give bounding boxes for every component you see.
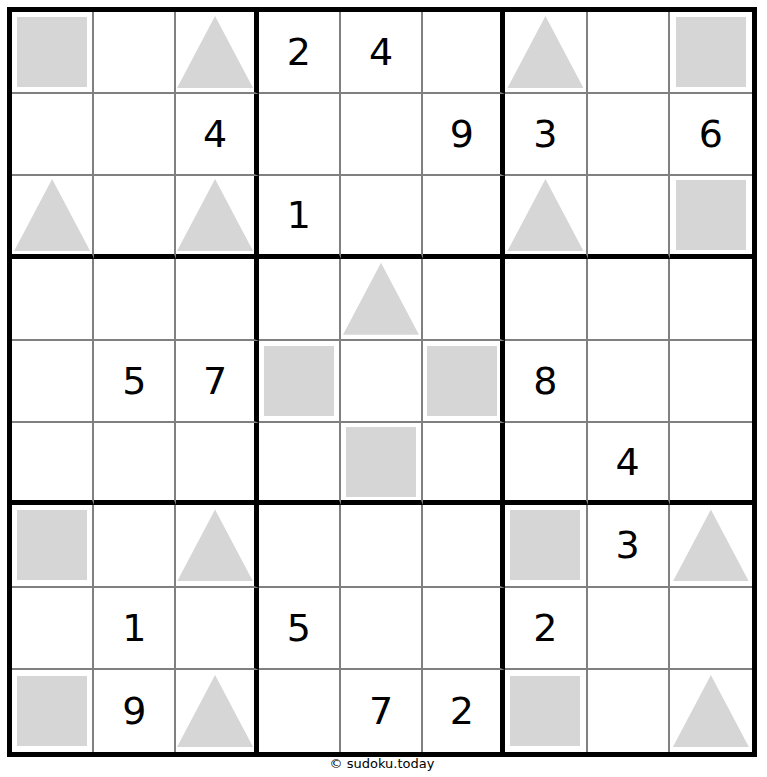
cell-r8c4[interactable]: 5 [259, 588, 341, 670]
given-digit: 9 [450, 115, 474, 153]
given-digit: 5 [122, 362, 146, 400]
cell-r5c5[interactable] [341, 341, 423, 423]
cell-r8c8[interactable] [588, 588, 670, 670]
cell-r1c8[interactable] [588, 12, 670, 94]
cell-r9c9[interactable] [670, 670, 752, 752]
cell-r2c5[interactable] [341, 94, 423, 176]
cell-r6c2[interactable] [94, 423, 176, 505]
given-digit: 4 [203, 115, 227, 153]
sudoku-board: 244936157843152972 [7, 7, 757, 757]
cell-r6c1[interactable] [12, 423, 94, 505]
copyright-text: © sudoku.today [7, 756, 757, 771]
cell-r8c6[interactable] [423, 588, 505, 670]
cell-r2c1[interactable] [12, 94, 94, 176]
cell-r9c2[interactable]: 9 [94, 670, 176, 752]
given-digit: 5 [287, 609, 311, 647]
cell-r5c7[interactable]: 8 [505, 341, 587, 423]
even-square-marker-icon [676, 180, 746, 250]
cell-r7c5[interactable] [341, 505, 423, 587]
given-digit: 1 [287, 196, 311, 234]
cell-r3c6[interactable] [423, 176, 505, 258]
cell-r8c9[interactable] [670, 588, 752, 670]
even-square-marker-icon [264, 346, 334, 416]
cell-r9c5[interactable]: 7 [341, 670, 423, 752]
cell-r9c4[interactable] [259, 670, 341, 752]
cell-r7c7[interactable] [505, 505, 587, 587]
even-square-marker-icon [346, 427, 416, 497]
cell-r7c8[interactable]: 3 [588, 505, 670, 587]
cell-r2c8[interactable] [588, 94, 670, 176]
given-digit: 7 [203, 362, 227, 400]
odd-triangle-marker-icon [673, 675, 749, 747]
given-digit: 4 [369, 33, 393, 71]
given-digit: 6 [699, 115, 723, 153]
cell-r3c8[interactable] [588, 176, 670, 258]
cell-r1c5[interactable]: 4 [341, 12, 423, 94]
cell-r4c8[interactable] [588, 259, 670, 341]
odd-triangle-marker-icon [177, 16, 253, 88]
cell-r4c9[interactable] [670, 259, 752, 341]
cell-r3c7[interactable] [505, 176, 587, 258]
sudoku-page: 244936157843152972 © sudoku.today [0, 0, 767, 777]
odd-triangle-marker-icon [343, 263, 419, 335]
cell-r4c2[interactable] [94, 259, 176, 341]
given-digit: 7 [369, 692, 393, 730]
odd-triangle-marker-icon [507, 16, 583, 88]
cell-r9c6[interactable]: 2 [423, 670, 505, 752]
given-digit: 2 [450, 692, 474, 730]
cell-r3c3[interactable] [176, 176, 258, 258]
cell-r5c1[interactable] [12, 341, 94, 423]
cell-r9c8[interactable] [588, 670, 670, 752]
cell-r8c7[interactable]: 2 [505, 588, 587, 670]
cell-r6c5[interactable] [341, 423, 423, 505]
cell-r2c3[interactable]: 4 [176, 94, 258, 176]
cell-r1c4[interactable]: 2 [259, 12, 341, 94]
given-digit: 1 [122, 609, 146, 647]
cell-r2c9[interactable]: 6 [670, 94, 752, 176]
cell-r8c1[interactable] [12, 588, 94, 670]
even-square-marker-icon [510, 676, 580, 746]
cell-r2c4[interactable] [259, 94, 341, 176]
cell-r4c4[interactable] [259, 259, 341, 341]
even-square-marker-icon [676, 17, 746, 87]
cell-r9c7[interactable] [505, 670, 587, 752]
even-square-marker-icon [510, 510, 580, 580]
cell-r2c6[interactable]: 9 [423, 94, 505, 176]
cell-r7c9[interactable] [670, 505, 752, 587]
cell-r9c1[interactable] [12, 670, 94, 752]
odd-triangle-marker-icon [177, 509, 253, 581]
cell-r3c5[interactable] [341, 176, 423, 258]
cell-r5c4[interactable] [259, 341, 341, 423]
given-digit: 3 [533, 115, 557, 153]
cell-r7c3[interactable] [176, 505, 258, 587]
given-digit: 3 [616, 526, 640, 564]
even-square-marker-icon [17, 17, 87, 87]
cell-r8c5[interactable] [341, 588, 423, 670]
cell-r3c9[interactable] [670, 176, 752, 258]
cell-r3c1[interactable] [12, 176, 94, 258]
cell-r2c2[interactable] [94, 94, 176, 176]
even-square-marker-icon [427, 346, 497, 416]
cell-r8c3[interactable] [176, 588, 258, 670]
given-digit: 8 [533, 362, 557, 400]
even-square-marker-icon [17, 676, 87, 746]
cell-r1c6[interactable] [423, 12, 505, 94]
cell-r6c6[interactable] [423, 423, 505, 505]
odd-triangle-marker-icon [507, 179, 583, 251]
odd-triangle-marker-icon [177, 179, 253, 251]
cell-r2c7[interactable]: 3 [505, 94, 587, 176]
cell-r6c9[interactable] [670, 423, 752, 505]
given-digit: 4 [616, 443, 640, 481]
cell-r6c4[interactable] [259, 423, 341, 505]
given-digit: 2 [287, 33, 311, 71]
given-digit: 9 [122, 692, 146, 730]
cell-r4c7[interactable] [505, 259, 587, 341]
cell-r7c6[interactable] [423, 505, 505, 587]
even-square-marker-icon [17, 510, 87, 580]
cell-r5c2[interactable]: 5 [94, 341, 176, 423]
odd-triangle-marker-icon [673, 509, 749, 581]
cell-r6c8[interactable]: 4 [588, 423, 670, 505]
odd-triangle-marker-icon [177, 675, 253, 747]
cell-r5c8[interactable] [588, 341, 670, 423]
cell-r1c1[interactable] [12, 12, 94, 94]
given-digit: 2 [533, 609, 557, 647]
odd-triangle-marker-icon [14, 179, 90, 251]
cell-r1c2[interactable] [94, 12, 176, 94]
cell-r9c3[interactable] [176, 670, 258, 752]
cell-r6c7[interactable] [505, 423, 587, 505]
cell-r7c2[interactable] [94, 505, 176, 587]
cell-r7c1[interactable] [12, 505, 94, 587]
cell-r4c5[interactable] [341, 259, 423, 341]
cell-r1c9[interactable] [670, 12, 752, 94]
cell-r4c1[interactable] [12, 259, 94, 341]
cell-r4c6[interactable] [423, 259, 505, 341]
cell-r7c4[interactable] [259, 505, 341, 587]
cell-r6c3[interactable] [176, 423, 258, 505]
cell-r5c3[interactable]: 7 [176, 341, 258, 423]
cell-r8c2[interactable]: 1 [94, 588, 176, 670]
cell-r1c7[interactable] [505, 12, 587, 94]
cell-r5c6[interactable] [423, 341, 505, 423]
cell-r4c3[interactable] [176, 259, 258, 341]
cell-r3c2[interactable] [94, 176, 176, 258]
cell-r1c3[interactable] [176, 12, 258, 94]
cell-r3c4[interactable]: 1 [259, 176, 341, 258]
cell-r5c9[interactable] [670, 341, 752, 423]
